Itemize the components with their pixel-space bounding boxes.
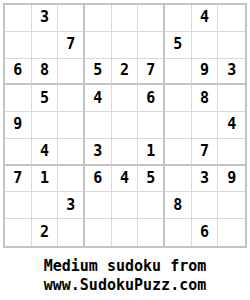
cell-r4c5 bbox=[112, 85, 139, 112]
cell-r7c4: 6 bbox=[85, 166, 112, 193]
cell-r1c1 bbox=[5, 5, 32, 32]
cell-r4c8: 8 bbox=[192, 85, 219, 112]
cell-r3c4: 5 bbox=[85, 59, 112, 86]
cell-r9c2: 2 bbox=[32, 219, 59, 246]
cell-r6c4: 3 bbox=[85, 139, 112, 166]
cell-r1c4 bbox=[85, 5, 112, 32]
cell-r4c4: 4 bbox=[85, 85, 112, 112]
cell-r3c9: 3 bbox=[218, 59, 245, 86]
cell-r9c1 bbox=[5, 219, 32, 246]
cell-r5c6 bbox=[138, 112, 165, 139]
cell-r4c3 bbox=[58, 85, 85, 112]
cell-r7c5: 4 bbox=[112, 166, 139, 193]
cell-r1c5 bbox=[112, 5, 139, 32]
cell-r9c6 bbox=[138, 219, 165, 246]
cell-r7c2: 1 bbox=[32, 166, 59, 193]
cell-r4c2: 5 bbox=[32, 85, 59, 112]
cell-r8c7: 8 bbox=[165, 192, 192, 219]
cell-r6c2: 4 bbox=[32, 139, 59, 166]
cell-r9c3 bbox=[58, 219, 85, 246]
cell-r3c6: 7 bbox=[138, 59, 165, 86]
cell-r3c8: 9 bbox=[192, 59, 219, 86]
cell-r2c2 bbox=[32, 32, 59, 59]
cell-r4c9 bbox=[218, 85, 245, 112]
cell-r7c7 bbox=[165, 166, 192, 193]
cell-r5c8 bbox=[192, 112, 219, 139]
cell-r8c8 bbox=[192, 192, 219, 219]
cell-r2c5 bbox=[112, 32, 139, 59]
cell-r8c6 bbox=[138, 192, 165, 219]
cell-r8c4 bbox=[85, 192, 112, 219]
cell-r5c4 bbox=[85, 112, 112, 139]
footer-caption: Medium sudoku from www.SudokuPuzz.com bbox=[0, 257, 250, 295]
cell-r6c5 bbox=[112, 139, 139, 166]
cell-r8c3: 3 bbox=[58, 192, 85, 219]
cell-r7c9: 9 bbox=[218, 166, 245, 193]
cell-r2c7: 5 bbox=[165, 32, 192, 59]
cell-r8c1 bbox=[5, 192, 32, 219]
footer-line-difficulty: Medium sudoku from bbox=[0, 257, 250, 276]
cell-r5c9: 4 bbox=[218, 112, 245, 139]
cell-r8c5 bbox=[112, 192, 139, 219]
cell-r4c6: 6 bbox=[138, 85, 165, 112]
cell-r9c9 bbox=[218, 219, 245, 246]
sudoku-page: 34756852793546894431771645393826 Medium … bbox=[0, 0, 250, 300]
cell-r4c7 bbox=[165, 85, 192, 112]
cell-r3c3 bbox=[58, 59, 85, 86]
cell-r9c4 bbox=[85, 219, 112, 246]
cell-r9c8: 6 bbox=[192, 219, 219, 246]
cell-r6c8: 7 bbox=[192, 139, 219, 166]
cell-r1c8: 4 bbox=[192, 5, 219, 32]
cell-r7c8: 3 bbox=[192, 166, 219, 193]
cell-r1c3 bbox=[58, 5, 85, 32]
cell-r7c6: 5 bbox=[138, 166, 165, 193]
footer-line-website: www.SudokuPuzz.com bbox=[0, 276, 250, 295]
cell-r5c5 bbox=[112, 112, 139, 139]
cell-r3c1: 6 bbox=[5, 59, 32, 86]
cell-r5c7 bbox=[165, 112, 192, 139]
cell-r3c5: 2 bbox=[112, 59, 139, 86]
cell-r2c3: 7 bbox=[58, 32, 85, 59]
cell-r2c9 bbox=[218, 32, 245, 59]
cell-r8c9 bbox=[218, 192, 245, 219]
cell-r5c2 bbox=[32, 112, 59, 139]
cell-r1c2: 3 bbox=[32, 5, 59, 32]
cell-r6c3 bbox=[58, 139, 85, 166]
cell-r8c2 bbox=[32, 192, 59, 219]
cell-r2c4 bbox=[85, 32, 112, 59]
cell-r1c7 bbox=[165, 5, 192, 32]
cell-r9c5 bbox=[112, 219, 139, 246]
cell-r2c1 bbox=[5, 32, 32, 59]
cell-r6c1 bbox=[5, 139, 32, 166]
cell-r9c7 bbox=[165, 219, 192, 246]
cell-r5c1: 9 bbox=[5, 112, 32, 139]
cell-r1c6 bbox=[138, 5, 165, 32]
cell-r2c6 bbox=[138, 32, 165, 59]
cell-r7c3 bbox=[58, 166, 85, 193]
cell-r1c9 bbox=[218, 5, 245, 32]
cell-r6c7 bbox=[165, 139, 192, 166]
cell-r3c2: 8 bbox=[32, 59, 59, 86]
cell-r3c7 bbox=[165, 59, 192, 86]
cell-r2c8 bbox=[192, 32, 219, 59]
cell-r6c9 bbox=[218, 139, 245, 166]
cell-r6c6: 1 bbox=[138, 139, 165, 166]
cell-r4c1 bbox=[5, 85, 32, 112]
sudoku-board: 34756852793546894431771645393826 bbox=[3, 3, 247, 248]
cell-r7c1: 7 bbox=[5, 166, 32, 193]
cell-r5c3 bbox=[58, 112, 85, 139]
